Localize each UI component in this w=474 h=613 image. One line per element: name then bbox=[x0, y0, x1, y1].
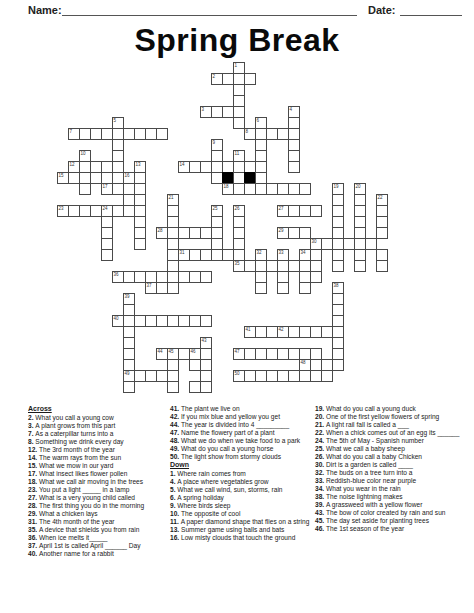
clue-item: 1. Where rain comes from bbox=[170, 470, 311, 478]
letter-cell[interactable] bbox=[354, 260, 366, 272]
letter-cell[interactable] bbox=[79, 183, 91, 195]
letter-cell[interactable] bbox=[376, 260, 388, 272]
clue-item: 44. The year is divided into 4 _________ bbox=[170, 421, 311, 429]
clue-number: 46 bbox=[191, 349, 196, 354]
clue-number: 24 bbox=[103, 206, 108, 211]
clue-item: 15. What we mow in our yard bbox=[28, 462, 168, 470]
clue-item: 17. What insect likes flower pollen bbox=[28, 470, 168, 478]
letter-cell[interactable] bbox=[200, 271, 212, 283]
clue-item: 48. What we do when we take food to a pa… bbox=[170, 437, 311, 445]
clue-number: 12 bbox=[70, 162, 75, 167]
crossword-worksheet: { "game": "crossword", "title": "Spring … bbox=[0, 0, 474, 613]
clue-number: 47 bbox=[235, 349, 240, 354]
clue-item: 36. When ice melts it_____ bbox=[28, 534, 168, 542]
clue-number: 38 bbox=[334, 283, 339, 288]
clue-number: 25 bbox=[213, 206, 218, 211]
clue-number: 11 bbox=[235, 151, 240, 156]
clue-number: 49 bbox=[125, 371, 130, 376]
clue-number: 7 bbox=[70, 129, 73, 134]
clue-number: 2 bbox=[213, 74, 216, 79]
letter-cell[interactable] bbox=[200, 315, 212, 327]
clue-item: 25. What we call a baby sheep bbox=[315, 445, 470, 453]
clue-item: 38. The noise lightning makes bbox=[315, 493, 470, 501]
clue-item: 22. When a chick comes out of an egg its… bbox=[315, 429, 470, 437]
across-clues-column: Across2. What you call a young cow3. A p… bbox=[28, 405, 168, 558]
clue-item: 23. You put a light _____ in a lamp bbox=[28, 486, 168, 494]
clue-item: 42. If you mix blue and yellow you get bbox=[170, 413, 311, 421]
clue-item: 18. What we call air moving in the trees bbox=[28, 478, 168, 486]
letter-cell[interactable] bbox=[288, 161, 300, 173]
letter-cell[interactable] bbox=[299, 183, 311, 195]
clue-number: 26 bbox=[235, 206, 240, 211]
letter-cell[interactable] bbox=[200, 381, 212, 393]
clue-number: 32 bbox=[257, 250, 262, 255]
clue-section-header: Across bbox=[28, 405, 168, 414]
clue-item: 46. The 1st season of the year bbox=[315, 525, 470, 533]
clue-number: 15 bbox=[59, 173, 64, 178]
clue-item: 28. The first thing you do in the mornin… bbox=[28, 502, 168, 510]
letter-cell[interactable] bbox=[376, 227, 388, 239]
clue-number: 4 bbox=[290, 107, 293, 112]
clue-number: 1 bbox=[235, 63, 238, 68]
clue-item: 37. April 1st is called April ______ Day bbox=[28, 542, 168, 550]
clue-number: 40 bbox=[114, 316, 119, 321]
clue-item: 13. Summer game using balls and bats bbox=[170, 526, 311, 534]
letter-cell[interactable] bbox=[167, 282, 179, 294]
clue-item: 29. What a chicken lays bbox=[28, 510, 168, 518]
clue-item: 24. The 5th of May - Spanish number bbox=[315, 437, 470, 445]
clue-number: 29 bbox=[279, 228, 284, 233]
clue-item: 35. A device that shields you from rain bbox=[28, 526, 168, 534]
clue-number: 5 bbox=[114, 118, 117, 123]
clue-number: 22 bbox=[378, 195, 383, 200]
clue-item: 19. What do you call a young duck bbox=[315, 405, 470, 413]
name-label: Name: bbox=[28, 4, 62, 16]
clue-item: 49. What do you call a young horse bbox=[170, 445, 311, 453]
letter-cell[interactable] bbox=[299, 282, 311, 294]
clue-item: 40. Another name for a rabbit bbox=[28, 550, 168, 558]
clue-section-header: Down bbox=[170, 461, 311, 470]
clue-item: 33. Reddish-blue color near purple bbox=[315, 477, 470, 485]
clue-item: 11. A paper diamond shape that flies on … bbox=[170, 518, 311, 526]
clue-number: 19 bbox=[334, 184, 339, 189]
clue-number: 30 bbox=[312, 239, 317, 244]
clue-item: 39. A grassweed with a yellow flower bbox=[315, 501, 470, 509]
clue-number: 9 bbox=[213, 140, 216, 145]
clue-number: 17 bbox=[103, 184, 108, 189]
clue-item: 27. What is a very young child called bbox=[28, 494, 168, 502]
down-clues-column: 19. What do you call a young duck20. One… bbox=[315, 405, 470, 534]
middle-clues-column: 41. The plant we live on42. If you mix b… bbox=[170, 405, 311, 542]
clue-number: 35 bbox=[235, 261, 240, 266]
clue-number: 27 bbox=[279, 206, 284, 211]
letter-cell[interactable] bbox=[310, 271, 322, 283]
clue-number: 13 bbox=[136, 162, 141, 167]
letter-cell[interactable] bbox=[332, 260, 344, 272]
clue-item: 7. As a caterpillar turns into a bbox=[28, 430, 168, 438]
letter-cell[interactable] bbox=[332, 359, 344, 371]
clue-item: 20. One of the first yellow flowers of s… bbox=[315, 413, 470, 421]
clue-number: 18 bbox=[224, 184, 229, 189]
clue-number: 21 bbox=[169, 195, 174, 200]
letter-cell[interactable] bbox=[277, 282, 289, 294]
clue-item: 8. Something we drink every day bbox=[28, 438, 168, 446]
clue-item: 34. What you wear in the rain bbox=[315, 485, 470, 493]
clue-number: 3 bbox=[202, 107, 205, 112]
clue-number: 39 bbox=[125, 294, 130, 299]
clue-item: 41. The plant we live on bbox=[170, 405, 311, 413]
clue-item: 32. The buds on a tree turn into a bbox=[315, 469, 470, 477]
name-input-line[interactable] bbox=[62, 15, 357, 16]
letter-cell[interactable] bbox=[255, 282, 267, 294]
clue-number: 8 bbox=[246, 129, 249, 134]
clue-number: 16 bbox=[125, 173, 130, 178]
clue-item: 45. The day set aside for planting trees bbox=[315, 517, 470, 525]
clue-item: 2. What you call a young cow bbox=[28, 414, 168, 422]
clue-item: 12. The 3rd month of the year bbox=[28, 446, 168, 454]
clue-item: 47. Name the flowery part of a plant bbox=[170, 429, 311, 437]
clue-item: 9. Where birds sleep bbox=[170, 502, 311, 510]
clue-item: 31. The 4th month of the year bbox=[28, 518, 168, 526]
letter-cell[interactable] bbox=[244, 73, 256, 85]
clue-item: 26. What do you call a baby Chicken bbox=[315, 453, 470, 461]
clue-item: 5. What we call wind, sun, storms, rain bbox=[170, 486, 311, 494]
date-input-line[interactable] bbox=[400, 15, 462, 16]
letter-cell[interactable] bbox=[123, 381, 135, 393]
clue-number: 34 bbox=[301, 250, 306, 255]
date-label: Date: bbox=[368, 4, 396, 16]
clue-item: 6. A spring holiday bbox=[170, 494, 311, 502]
clue-number: 45 bbox=[169, 349, 174, 354]
letter-cell[interactable] bbox=[134, 238, 146, 250]
letter-cell[interactable] bbox=[101, 249, 113, 261]
clue-number: 10 bbox=[81, 151, 86, 156]
clue-number: 23 bbox=[59, 206, 64, 211]
page-title: Spring Break bbox=[0, 22, 474, 59]
letter-cell[interactable] bbox=[310, 205, 322, 217]
clue-item: 10. The opposite of cool bbox=[170, 510, 311, 518]
clue-number: 50 bbox=[235, 371, 240, 376]
clue-item: 30. Dirt is a garden is called ____ bbox=[315, 461, 470, 469]
clue-number: 43 bbox=[202, 338, 207, 343]
clue-item: 21. A light rail fall is called a ___ bbox=[315, 421, 470, 429]
clue-item: 14. The warm rays from the sun bbox=[28, 454, 168, 462]
clue-number: 28 bbox=[158, 228, 163, 233]
clue-number: 31 bbox=[180, 250, 185, 255]
letter-cell[interactable] bbox=[167, 381, 179, 393]
letter-cell[interactable] bbox=[321, 370, 333, 382]
clue-item: 43. The bow of color created by rain and… bbox=[315, 509, 470, 517]
clue-item: 3. A plant grows from this part bbox=[28, 422, 168, 430]
clue-number: 20 bbox=[356, 184, 361, 189]
letter-cell[interactable] bbox=[156, 128, 168, 140]
clue-item: 50. The light show from stormy clouds bbox=[170, 453, 311, 461]
clue-number: 33 bbox=[279, 250, 284, 255]
clue-number: 48 bbox=[301, 360, 306, 365]
clue-number: 14 bbox=[180, 162, 185, 167]
clue-number: 41 bbox=[246, 327, 251, 332]
clue-item: 16. Low misty clouds that touch the grou… bbox=[170, 534, 311, 542]
clue-item: 4. A place where vegetables grow bbox=[170, 478, 311, 486]
clue-number: 44 bbox=[158, 349, 163, 354]
clue-number: 37 bbox=[147, 283, 152, 288]
clue-number: 36 bbox=[114, 272, 119, 277]
clue-number: 42 bbox=[279, 327, 284, 332]
clue-number: 6 bbox=[257, 118, 260, 123]
